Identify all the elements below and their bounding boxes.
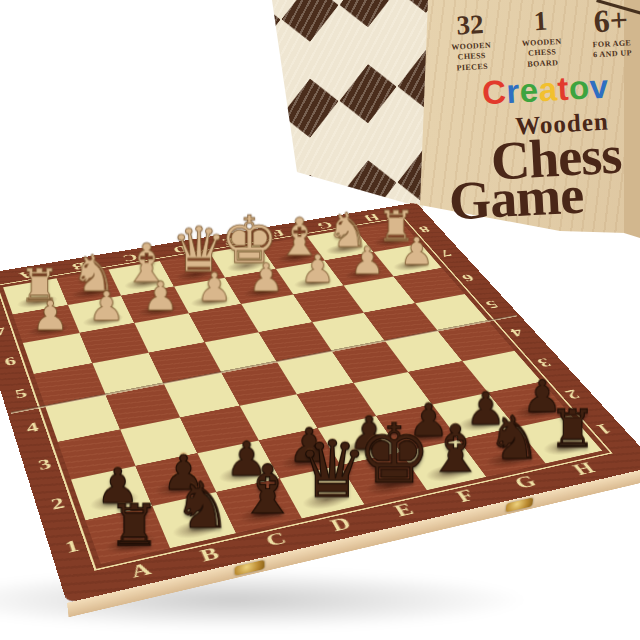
rank-label-7-left: 7 [0, 323, 14, 340]
chess-board: ♜♞♝♛♚♝♞♜♟♟♟♟♟♟♟♟♟♟♟♟♟♟♟♟♜♞♝♛♚♝♞♜ AABBCCD… [0, 203, 640, 603]
product-photo: 32WOODENCHESSPIECES1WOODENCHESSBOARD6+FO… [0, 0, 640, 640]
rank-label-5-right: 5 [476, 296, 507, 312]
piece-glyph: ♟ [196, 268, 231, 308]
piece-glyph: ♝ [426, 416, 485, 481]
file-label-a-near: A [123, 557, 159, 584]
piece-glyph: ♛ [297, 431, 367, 510]
piece-glyph: ♜ [109, 496, 161, 554]
rank-label-5-left: 5 [6, 384, 36, 403]
file-label-g-near: G [507, 471, 545, 494]
rank-label-8-left: 8 [0, 296, 4, 312]
file-label-h-near: H [565, 458, 603, 480]
rank-label-3-right: 3 [527, 354, 561, 372]
piece-glyph: ♞ [488, 408, 542, 468]
file-label-c-near: C [258, 527, 295, 553]
piece-glyph: ♞ [173, 474, 230, 538]
rank-label-4-left: 4 [17, 417, 48, 438]
brass-clasp [482, 278, 492, 296]
rank-label-6-right: 6 [453, 270, 483, 285]
brass-clasp [505, 497, 533, 512]
piece-glyph: ♟ [249, 259, 284, 298]
file-label-f-near: F [447, 484, 485, 508]
piece-glyph: ♟ [400, 233, 434, 271]
file-label-e-near: E [385, 498, 422, 522]
piece-glyph: ♟ [88, 286, 124, 326]
board-scene: ♜♞♝♛♚♝♞♜♟♟♟♟♟♟♟♟♟♟♟♟♟♟♟♟♜♞♝♛♚♝♞♜ AABBCCD… [0, 0, 640, 640]
rank-label-3-left: 3 [29, 453, 61, 475]
piece-glyph: ♟ [32, 296, 69, 337]
piece-glyph: ♚ [358, 413, 432, 495]
piece-glyph: ♟ [300, 250, 335, 289]
piece-glyph: ♝ [237, 456, 298, 524]
piece-glyph: ♟ [143, 277, 179, 317]
file-label-b-near: B [191, 541, 228, 567]
rank-label-2-left: 2 [41, 492, 74, 516]
rank-label-7-right: 7 [431, 246, 460, 260]
piece-glyph: ♟ [350, 241, 384, 279]
brass-clasp [235, 560, 265, 576]
rank-label-4-right: 4 [501, 324, 533, 341]
file-label-d-near: D [322, 512, 359, 537]
piece-glyph: ♜ [549, 402, 596, 455]
rank-label-1-left: 1 [55, 533, 90, 559]
rank-label-6-left: 6 [0, 353, 25, 371]
